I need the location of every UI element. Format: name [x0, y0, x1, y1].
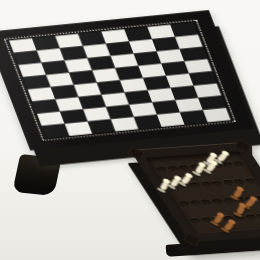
chess-board: [0, 10, 254, 150]
board-grid: [9, 22, 231, 138]
tray-left-foot: [166, 243, 193, 257]
board-square-r7c7: [203, 108, 231, 122]
tray-brown-pawn-5: [220, 218, 237, 233]
piece-storage-tray: [130, 142, 260, 243]
tray-pieces: [130, 143, 260, 243]
tray-white-pawn-7: [177, 172, 194, 187]
product-photo-scene: [0, 0, 260, 260]
board-left-foot: [12, 154, 61, 196]
tray-brown-pawn-1: [230, 185, 246, 201]
tray-brown-pawn-3: [233, 201, 247, 217]
